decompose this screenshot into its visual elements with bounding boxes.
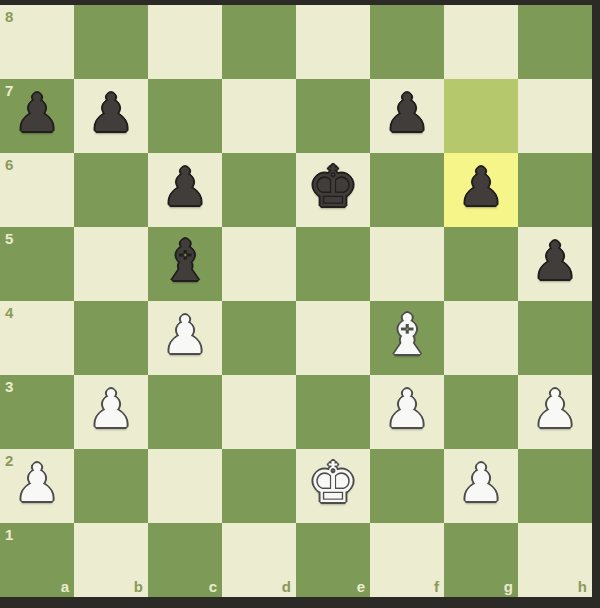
square-c8[interactable]: [148, 5, 222, 79]
white-pawn-c4[interactable]: ♟: [148, 298, 222, 372]
rank-label-3: 3: [5, 378, 13, 395]
square-h5[interactable]: ♟: [518, 227, 592, 301]
square-c1[interactable]: c: [148, 523, 222, 597]
black-bishop-c5[interactable]: ♝: [148, 224, 222, 298]
square-g5[interactable]: [444, 227, 518, 301]
square-h1[interactable]: h: [518, 523, 592, 597]
square-c6[interactable]: ♟: [148, 153, 222, 227]
square-d5[interactable]: [222, 227, 296, 301]
square-d7[interactable]: [222, 79, 296, 153]
square-b8[interactable]: [74, 5, 148, 79]
white-king-e2[interactable]: ♚: [296, 446, 370, 520]
square-e6[interactable]: ♚: [296, 153, 370, 227]
square-f6[interactable]: [370, 153, 444, 227]
square-a4[interactable]: 4: [0, 301, 74, 375]
square-d2[interactable]: [222, 449, 296, 523]
chess-app-frame: 87♟♟♟6♟♚♟5♝♟4♟♝3♟♟♟2♟♚♟1abcdefgh: [0, 0, 600, 608]
square-h6[interactable]: [518, 153, 592, 227]
square-h7[interactable]: [518, 79, 592, 153]
black-pawn-c6[interactable]: ♟: [148, 150, 222, 224]
file-label-c: c: [209, 578, 217, 595]
square-a1[interactable]: 1a: [0, 523, 74, 597]
square-g6[interactable]: ♟: [444, 153, 518, 227]
square-e1[interactable]: e: [296, 523, 370, 597]
file-label-g: g: [504, 578, 513, 595]
square-f3[interactable]: ♟: [370, 375, 444, 449]
square-f5[interactable]: [370, 227, 444, 301]
square-c4[interactable]: ♟: [148, 301, 222, 375]
chess-board: 87♟♟♟6♟♚♟5♝♟4♟♝3♟♟♟2♟♚♟1abcdefgh: [0, 5, 592, 597]
rank-label-1: 1: [5, 526, 13, 543]
square-g8[interactable]: [444, 5, 518, 79]
file-label-e: e: [357, 578, 365, 595]
square-h8[interactable]: [518, 5, 592, 79]
file-label-b: b: [134, 578, 143, 595]
square-g7[interactable]: [444, 79, 518, 153]
square-b1[interactable]: b: [74, 523, 148, 597]
square-b5[interactable]: [74, 227, 148, 301]
square-d3[interactable]: [222, 375, 296, 449]
square-h3[interactable]: ♟: [518, 375, 592, 449]
file-label-d: d: [282, 578, 291, 595]
square-a8[interactable]: 8: [0, 5, 74, 79]
black-pawn-a7[interactable]: ♟: [0, 76, 74, 150]
square-f2[interactable]: [370, 449, 444, 523]
white-pawn-f3[interactable]: ♟: [370, 372, 444, 446]
square-g1[interactable]: g: [444, 523, 518, 597]
square-e8[interactable]: [296, 5, 370, 79]
square-a6[interactable]: 6: [0, 153, 74, 227]
square-a7[interactable]: 7♟: [0, 79, 74, 153]
rank-label-8: 8: [5, 8, 13, 25]
square-f1[interactable]: f: [370, 523, 444, 597]
square-b7[interactable]: ♟: [74, 79, 148, 153]
white-pawn-b3[interactable]: ♟: [74, 372, 148, 446]
square-b4[interactable]: [74, 301, 148, 375]
square-f7[interactable]: ♟: [370, 79, 444, 153]
square-h4[interactable]: [518, 301, 592, 375]
square-e5[interactable]: [296, 227, 370, 301]
square-f4[interactable]: ♝: [370, 301, 444, 375]
file-label-h: h: [578, 578, 587, 595]
square-g2[interactable]: ♟: [444, 449, 518, 523]
square-a5[interactable]: 5: [0, 227, 74, 301]
white-pawn-h3[interactable]: ♟: [518, 372, 592, 446]
square-c2[interactable]: [148, 449, 222, 523]
white-pawn-a2[interactable]: ♟: [0, 446, 74, 520]
square-f8[interactable]: [370, 5, 444, 79]
square-c5[interactable]: ♝: [148, 227, 222, 301]
square-b6[interactable]: [74, 153, 148, 227]
square-e3[interactable]: [296, 375, 370, 449]
black-king-e6[interactable]: ♚: [296, 150, 370, 224]
square-a3[interactable]: 3: [0, 375, 74, 449]
square-g4[interactable]: [444, 301, 518, 375]
square-d1[interactable]: d: [222, 523, 296, 597]
square-e2[interactable]: ♚: [296, 449, 370, 523]
white-bishop-f4[interactable]: ♝: [370, 298, 444, 372]
black-pawn-f7[interactable]: ♟: [370, 76, 444, 150]
square-b3[interactable]: ♟: [74, 375, 148, 449]
square-g3[interactable]: [444, 375, 518, 449]
file-label-a: a: [61, 578, 69, 595]
square-c7[interactable]: [148, 79, 222, 153]
square-d4[interactable]: [222, 301, 296, 375]
black-pawn-g6[interactable]: ♟: [444, 150, 518, 224]
white-pawn-g2[interactable]: ♟: [444, 446, 518, 520]
rank-label-6: 6: [5, 156, 13, 173]
rank-label-4: 4: [5, 304, 13, 321]
rank-label-5: 5: [5, 230, 13, 247]
square-c3[interactable]: [148, 375, 222, 449]
square-d8[interactable]: [222, 5, 296, 79]
square-e7[interactable]: [296, 79, 370, 153]
square-d6[interactable]: [222, 153, 296, 227]
square-b2[interactable]: [74, 449, 148, 523]
file-label-f: f: [434, 578, 439, 595]
square-a2[interactable]: 2♟: [0, 449, 74, 523]
square-e4[interactable]: [296, 301, 370, 375]
square-h2[interactable]: [518, 449, 592, 523]
black-pawn-b7[interactable]: ♟: [74, 76, 148, 150]
black-pawn-h5[interactable]: ♟: [518, 224, 592, 298]
